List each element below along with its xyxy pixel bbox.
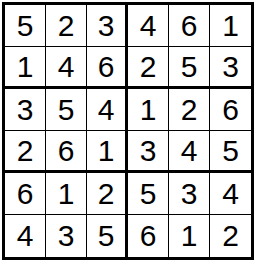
cell-r1c5[interactable]: 6 (169, 5, 210, 47)
cell-r5c1[interactable]: 6 (5, 173, 46, 215)
cell-r4c2[interactable]: 6 (46, 131, 87, 173)
cell-r3c1[interactable]: 3 (5, 89, 46, 131)
cell-r5c2[interactable]: 1 (46, 173, 87, 215)
cell-r2c3[interactable]: 6 (87, 47, 128, 89)
cell-r5c6[interactable]: 4 (210, 173, 251, 215)
cell-r6c4[interactable]: 6 (128, 215, 169, 257)
page: 523461146253354126261345612534435612 (0, 0, 261, 273)
cell-r6c3[interactable]: 5 (87, 215, 128, 257)
cell-r2c5[interactable]: 5 (169, 47, 210, 89)
cell-r4c4[interactable]: 3 (128, 131, 169, 173)
cell-r6c2[interactable]: 3 (46, 215, 87, 257)
cell-r1c6[interactable]: 1 (210, 5, 251, 47)
cell-r4c5[interactable]: 4 (169, 131, 210, 173)
cell-r3c3[interactable]: 4 (87, 89, 128, 131)
cell-r2c6[interactable]: 3 (210, 47, 251, 89)
cell-r4c3[interactable]: 1 (87, 131, 128, 173)
sudoku-board: 523461146253354126261345612534435612 (2, 2, 254, 260)
cell-r3c5[interactable]: 2 (169, 89, 210, 131)
cell-r1c2[interactable]: 2 (46, 5, 87, 47)
cell-r2c1[interactable]: 1 (5, 47, 46, 89)
cell-r5c5[interactable]: 3 (169, 173, 210, 215)
cell-r3c2[interactable]: 5 (46, 89, 87, 131)
cell-r4c1[interactable]: 2 (5, 131, 46, 173)
cell-r6c6[interactable]: 2 (210, 215, 251, 257)
cell-r1c3[interactable]: 3 (87, 5, 128, 47)
cell-r5c3[interactable]: 2 (87, 173, 128, 215)
cell-r1c1[interactable]: 5 (5, 5, 46, 47)
cell-r3c6[interactable]: 6 (210, 89, 251, 131)
cell-r2c2[interactable]: 4 (46, 47, 87, 89)
cell-r6c1[interactable]: 4 (5, 215, 46, 257)
cell-r1c4[interactable]: 4 (128, 5, 169, 47)
cell-r4c6[interactable]: 5 (210, 131, 251, 173)
cell-r6c5[interactable]: 1 (169, 215, 210, 257)
cell-r3c4[interactable]: 1 (128, 89, 169, 131)
cell-r5c4[interactable]: 5 (128, 173, 169, 215)
cell-r2c4[interactable]: 2 (128, 47, 169, 89)
